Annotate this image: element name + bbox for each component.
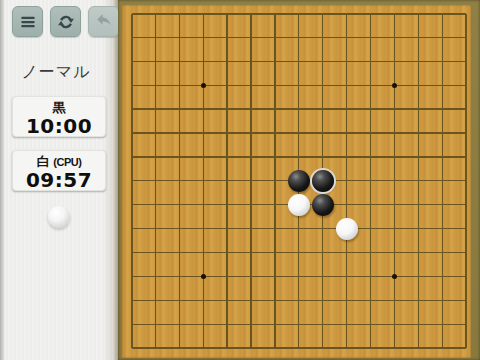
star-point	[201, 274, 206, 279]
board-grid[interactable]	[132, 14, 467, 349]
game-mode-label: ノーマル	[0, 62, 112, 83]
black-stone	[312, 170, 334, 192]
black-clock-time: 10:00	[13, 116, 105, 137]
grid-line	[132, 252, 467, 253]
grid-line	[465, 14, 467, 349]
gomoku-app-window: ノーマル 黒 10:00 白 (CPU) 09:57	[0, 0, 480, 360]
grid-line	[442, 14, 443, 349]
grid-line	[394, 14, 395, 349]
star-point	[392, 274, 397, 279]
grid-line	[132, 324, 467, 325]
cpu-tag: (CPU)	[53, 156, 81, 168]
grid-line	[370, 14, 371, 349]
white-stone	[336, 218, 358, 240]
board-wood[interactable]	[122, 5, 471, 358]
black-stone	[288, 170, 310, 192]
grid-line	[418, 14, 419, 349]
white-clock-panel: 白 (CPU) 09:57	[12, 150, 106, 191]
refresh-icon	[57, 13, 75, 31]
menu-button[interactable]	[12, 6, 43, 37]
black-stone	[312, 194, 334, 216]
white-clock-time: 09:57	[13, 170, 105, 191]
toolbar	[12, 6, 118, 37]
grid-line	[132, 347, 467, 349]
star-point	[392, 83, 397, 88]
star-point	[201, 83, 206, 88]
undo-button[interactable]	[88, 6, 119, 37]
hamburger-icon	[19, 13, 37, 31]
grid-line	[132, 300, 467, 301]
turn-indicator-white-stone	[48, 206, 70, 228]
sidebar: ノーマル 黒 10:00 白 (CPU) 09:57	[0, 0, 118, 360]
white-stone	[288, 194, 310, 216]
grid-line	[132, 276, 467, 277]
go-board[interactable]	[118, 0, 480, 360]
grid-line	[346, 14, 347, 349]
black-clock-panel: 黒 10:00	[12, 96, 106, 137]
undo-arrow-icon	[95, 13, 113, 31]
grid-line	[132, 228, 467, 229]
restart-button[interactable]	[50, 6, 81, 37]
